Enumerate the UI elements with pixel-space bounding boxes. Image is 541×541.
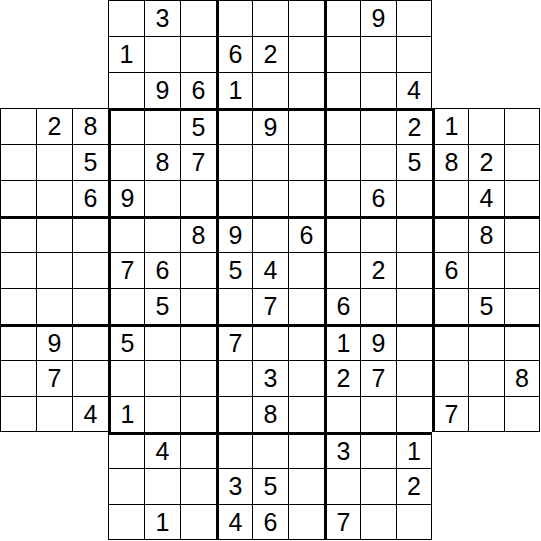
given-r4c2[interactable]: 5 xyxy=(72,144,108,180)
cell-r5c5[interactable] xyxy=(180,180,216,216)
outside-board xyxy=(432,36,468,72)
given-r2c11[interactable]: 4 xyxy=(396,72,432,108)
cell-r13c10[interactable] xyxy=(360,468,396,504)
cell-r0c11[interactable] xyxy=(396,0,432,36)
cell-r6c10[interactable] xyxy=(360,216,396,252)
cell-r7c5[interactable] xyxy=(180,252,216,288)
cell-r7c14[interactable] xyxy=(504,252,540,288)
outside-board xyxy=(72,432,108,468)
outside-board xyxy=(432,468,468,504)
cell-r1c4[interactable] xyxy=(144,36,180,72)
cell-r7c8[interactable] xyxy=(288,252,324,288)
cell-r3c4[interactable] xyxy=(144,108,180,144)
cell-r6c7[interactable] xyxy=(252,216,288,252)
given-r13c6[interactable]: 3 xyxy=(216,468,252,504)
outside-board xyxy=(504,36,540,72)
cell-r4c14[interactable] xyxy=(504,144,540,180)
given-r2c5[interactable]: 6 xyxy=(180,72,216,108)
outside-board xyxy=(72,72,108,108)
cell-r10c11[interactable] xyxy=(396,360,432,396)
cell-r11c1[interactable] xyxy=(36,396,72,432)
cell-r3c13[interactable] xyxy=(468,108,504,144)
cell-r14c8[interactable] xyxy=(288,504,324,540)
cell-r1c11[interactable] xyxy=(396,36,432,72)
cell-r13c8[interactable] xyxy=(288,468,324,504)
outside-board xyxy=(468,432,504,468)
cell-r4c3[interactable] xyxy=(108,144,144,180)
given-r9c3[interactable]: 5 xyxy=(108,324,144,360)
outside-board xyxy=(432,0,468,36)
cell-r8c11[interactable] xyxy=(396,288,432,324)
cell-r4c7[interactable] xyxy=(252,144,288,180)
cell-r11c14[interactable] xyxy=(504,396,540,432)
cell-r13c3[interactable] xyxy=(108,468,144,504)
given-r6c5[interactable]: 8 xyxy=(180,216,216,252)
outside-board xyxy=(468,0,504,36)
outside-board xyxy=(504,504,540,540)
given-r10c10[interactable]: 7 xyxy=(360,360,396,396)
cell-r11c5[interactable] xyxy=(180,396,216,432)
outside-board xyxy=(0,468,36,504)
cell-r9c5[interactable] xyxy=(180,324,216,360)
given-r3c1[interactable]: 2 xyxy=(36,108,72,144)
cell-r12c5[interactable] xyxy=(180,432,216,468)
given-r8c13[interactable]: 5 xyxy=(468,288,504,324)
cell-r12c8[interactable] xyxy=(288,432,324,468)
cell-r5c6[interactable] xyxy=(216,180,252,216)
outside-board xyxy=(36,432,72,468)
cell-r9c8[interactable] xyxy=(288,324,324,360)
cell-r14c3[interactable] xyxy=(108,504,144,540)
cell-r9c2[interactable] xyxy=(72,324,108,360)
outside-board xyxy=(36,0,72,36)
given-r2c4[interactable]: 9 xyxy=(144,72,180,108)
cell-r12c10[interactable] xyxy=(360,432,396,468)
cell-r8c12[interactable] xyxy=(432,288,468,324)
cell-r5c4[interactable] xyxy=(144,180,180,216)
given-r10c9[interactable]: 2 xyxy=(324,360,360,396)
outside-board xyxy=(504,72,540,108)
cell-r12c7[interactable] xyxy=(252,432,288,468)
cell-r7c13[interactable] xyxy=(468,252,504,288)
cell-r0c7[interactable] xyxy=(252,0,288,36)
given-r7c6[interactable]: 5 xyxy=(216,252,252,288)
cell-r8c8[interactable] xyxy=(288,288,324,324)
given-r9c9[interactable]: 1 xyxy=(324,324,360,360)
cell-r3c8[interactable] xyxy=(288,108,324,144)
cell-r10c4[interactable] xyxy=(144,360,180,396)
given-r8c7[interactable]: 7 xyxy=(252,288,288,324)
cell-r9c11[interactable] xyxy=(396,324,432,360)
cell-r11c6[interactable] xyxy=(216,396,252,432)
cell-r6c12[interactable] xyxy=(432,216,468,252)
cell-r5c8[interactable] xyxy=(288,180,324,216)
cell-r8c6[interactable] xyxy=(216,288,252,324)
given-r4c11[interactable]: 5 xyxy=(396,144,432,180)
cell-r10c8[interactable] xyxy=(288,360,324,396)
outside-board xyxy=(504,0,540,36)
given-r4c12[interactable]: 8 xyxy=(432,144,468,180)
cell-r8c3[interactable] xyxy=(108,288,144,324)
outside-board xyxy=(36,36,72,72)
cell-r3c9[interactable] xyxy=(324,108,360,144)
given-r3c11[interactable]: 2 xyxy=(396,108,432,144)
cell-r4c0[interactable] xyxy=(0,144,36,180)
cell-r5c7[interactable] xyxy=(252,180,288,216)
given-r2c6[interactable]: 1 xyxy=(216,72,252,108)
outside-board xyxy=(432,72,468,108)
cell-r10c0[interactable] xyxy=(0,360,36,396)
cell-r6c3[interactable] xyxy=(108,216,144,252)
cell-r1c9[interactable] xyxy=(324,36,360,72)
given-r1c6[interactable]: 6 xyxy=(216,36,252,72)
cell-r14c5[interactable] xyxy=(180,504,216,540)
given-r8c9[interactable]: 6 xyxy=(324,288,360,324)
cell-r4c6[interactable] xyxy=(216,144,252,180)
cell-r8c1[interactable] xyxy=(36,288,72,324)
outside-board xyxy=(468,504,504,540)
given-r14c4[interactable]: 1 xyxy=(144,504,180,540)
outside-board xyxy=(36,72,72,108)
cell-r13c9[interactable] xyxy=(324,468,360,504)
puzzle-page: 3916296142859215875826964896876542657659… xyxy=(0,0,541,541)
cell-r8c5[interactable] xyxy=(180,288,216,324)
cell-r5c1[interactable] xyxy=(36,180,72,216)
given-r5c13[interactable]: 4 xyxy=(468,180,504,216)
cell-r3c0[interactable] xyxy=(0,108,36,144)
given-r4c5[interactable]: 7 xyxy=(180,144,216,180)
cell-r11c8[interactable] xyxy=(288,396,324,432)
cell-r12c6[interactable] xyxy=(216,432,252,468)
given-r7c3[interactable]: 7 xyxy=(108,252,144,288)
cell-r12c3[interactable] xyxy=(108,432,144,468)
cell-r0c3[interactable] xyxy=(108,0,144,36)
cell-r11c13[interactable] xyxy=(468,396,504,432)
cell-r6c0[interactable] xyxy=(0,216,36,252)
given-r0c4[interactable]: 3 xyxy=(144,0,180,36)
cell-r9c12[interactable] xyxy=(432,324,468,360)
cell-r13c4[interactable] xyxy=(144,468,180,504)
cell-r10c2[interactable] xyxy=(72,360,108,396)
cell-r0c9[interactable] xyxy=(324,0,360,36)
cell-r10c13[interactable] xyxy=(468,360,504,396)
given-r10c7[interactable]: 3 xyxy=(252,360,288,396)
cell-r4c10[interactable] xyxy=(360,144,396,180)
given-r9c10[interactable]: 9 xyxy=(360,324,396,360)
cell-r7c2[interactable] xyxy=(72,252,108,288)
cell-r3c10[interactable] xyxy=(360,108,396,144)
cell-r5c9[interactable] xyxy=(324,180,360,216)
cell-r13c5[interactable] xyxy=(180,468,216,504)
cell-r0c8[interactable] xyxy=(288,0,324,36)
cell-r10c12[interactable] xyxy=(432,360,468,396)
cell-r5c14[interactable] xyxy=(504,180,540,216)
cell-r10c6[interactable] xyxy=(216,360,252,396)
outside-board xyxy=(504,432,540,468)
cell-r10c5[interactable] xyxy=(180,360,216,396)
outside-board xyxy=(0,36,36,72)
given-r7c10[interactable]: 2 xyxy=(360,252,396,288)
cell-r8c10[interactable] xyxy=(360,288,396,324)
cell-r4c1[interactable] xyxy=(36,144,72,180)
outside-board xyxy=(0,72,36,108)
given-r4c4[interactable]: 8 xyxy=(144,144,180,180)
cell-r9c14[interactable] xyxy=(504,324,540,360)
given-r7c7[interactable]: 4 xyxy=(252,252,288,288)
given-r13c7[interactable]: 5 xyxy=(252,468,288,504)
cell-r3c3[interactable] xyxy=(108,108,144,144)
cell-r10c3[interactable] xyxy=(108,360,144,396)
outside-board xyxy=(504,468,540,504)
cell-r0c6[interactable] xyxy=(216,0,252,36)
cell-r2c10[interactable] xyxy=(360,72,396,108)
given-r14c6[interactable]: 4 xyxy=(216,504,252,540)
given-r5c10[interactable]: 6 xyxy=(360,180,396,216)
cell-r4c8[interactable] xyxy=(288,144,324,180)
given-r9c6[interactable]: 7 xyxy=(216,324,252,360)
cell-r8c2[interactable] xyxy=(72,288,108,324)
cell-r6c1[interactable] xyxy=(36,216,72,252)
outside-board xyxy=(72,468,108,504)
given-r7c4[interactable]: 6 xyxy=(144,252,180,288)
given-r6c6[interactable]: 9 xyxy=(216,216,252,252)
cell-r5c12[interactable] xyxy=(432,180,468,216)
cell-r5c0[interactable] xyxy=(0,180,36,216)
sudoku-board: 3916296142859215875826964896876542657659… xyxy=(0,0,540,540)
given-r12c9[interactable]: 3 xyxy=(324,432,360,468)
cell-r4c9[interactable] xyxy=(324,144,360,180)
cell-r9c7[interactable] xyxy=(252,324,288,360)
cell-r2c3[interactable] xyxy=(108,72,144,108)
cell-r11c10[interactable] xyxy=(360,396,396,432)
cell-r2c8[interactable] xyxy=(288,72,324,108)
outside-board xyxy=(0,0,36,36)
outside-board xyxy=(72,0,108,36)
cell-r2c9[interactable] xyxy=(324,72,360,108)
cell-r6c4[interactable] xyxy=(144,216,180,252)
cell-r14c11[interactable] xyxy=(396,504,432,540)
cell-r6c9[interactable] xyxy=(324,216,360,252)
outside-board xyxy=(36,468,72,504)
outside-board xyxy=(0,432,36,468)
given-r9c1[interactable]: 9 xyxy=(36,324,72,360)
cell-r9c13[interactable] xyxy=(468,324,504,360)
given-r5c3[interactable]: 9 xyxy=(108,180,144,216)
given-r11c2[interactable]: 4 xyxy=(72,396,108,432)
given-r12c11[interactable]: 1 xyxy=(396,432,432,468)
given-r1c3[interactable]: 1 xyxy=(108,36,144,72)
given-r6c8[interactable]: 6 xyxy=(288,216,324,252)
outside-board xyxy=(72,36,108,72)
cell-r5c11[interactable] xyxy=(396,180,432,216)
given-r14c7[interactable]: 6 xyxy=(252,504,288,540)
cell-r11c11[interactable] xyxy=(396,396,432,432)
given-r12c4[interactable]: 4 xyxy=(144,432,180,468)
given-r11c3[interactable]: 1 xyxy=(108,396,144,432)
given-r3c2[interactable]: 8 xyxy=(72,108,108,144)
cell-r11c4[interactable] xyxy=(144,396,180,432)
cell-r2c7[interactable] xyxy=(252,72,288,108)
given-r10c1[interactable]: 7 xyxy=(36,360,72,396)
given-r1c7[interactable]: 2 xyxy=(252,36,288,72)
cell-r8c0[interactable] xyxy=(0,288,36,324)
outside-board xyxy=(468,468,504,504)
given-r7c12[interactable]: 6 xyxy=(432,252,468,288)
cell-r9c0[interactable] xyxy=(0,324,36,360)
cell-r0c5[interactable] xyxy=(180,0,216,36)
given-r8c4[interactable]: 5 xyxy=(144,288,180,324)
outside-board xyxy=(432,504,468,540)
outside-board xyxy=(468,36,504,72)
cell-r6c14[interactable] xyxy=(504,216,540,252)
outside-board xyxy=(468,72,504,108)
cell-r7c9[interactable] xyxy=(324,252,360,288)
cell-r6c11[interactable] xyxy=(396,216,432,252)
given-r11c12[interactable]: 7 xyxy=(432,396,468,432)
cell-r14c10[interactable] xyxy=(360,504,396,540)
cell-r11c9[interactable] xyxy=(324,396,360,432)
given-r6c13[interactable]: 8 xyxy=(468,216,504,252)
cell-r9c4[interactable] xyxy=(144,324,180,360)
cell-r1c8[interactable] xyxy=(288,36,324,72)
given-r14c9[interactable]: 7 xyxy=(324,504,360,540)
given-r3c5[interactable]: 5 xyxy=(180,108,216,144)
cell-r6c2[interactable] xyxy=(72,216,108,252)
given-r10c14[interactable]: 8 xyxy=(504,360,540,396)
given-r5c2[interactable]: 6 xyxy=(72,180,108,216)
given-r3c7[interactable]: 9 xyxy=(252,108,288,144)
given-r3c12[interactable]: 1 xyxy=(432,108,468,144)
cell-r1c10[interactable] xyxy=(360,36,396,72)
given-r4c13[interactable]: 2 xyxy=(468,144,504,180)
outside-board xyxy=(72,504,108,540)
cell-r3c14[interactable] xyxy=(504,108,540,144)
cell-r7c0[interactable] xyxy=(0,252,36,288)
cell-r3c6[interactable] xyxy=(216,108,252,144)
cell-r11c0[interactable] xyxy=(0,396,36,432)
cell-r7c1[interactable] xyxy=(36,252,72,288)
outside-board xyxy=(432,432,468,468)
given-r13c11[interactable]: 2 xyxy=(396,468,432,504)
cell-r1c5[interactable] xyxy=(180,36,216,72)
cell-r8c14[interactable] xyxy=(504,288,540,324)
outside-board xyxy=(36,504,72,540)
given-r0c10[interactable]: 9 xyxy=(360,0,396,36)
given-r11c7[interactable]: 8 xyxy=(252,396,288,432)
cell-r7c11[interactable] xyxy=(396,252,432,288)
outside-board xyxy=(0,504,36,540)
